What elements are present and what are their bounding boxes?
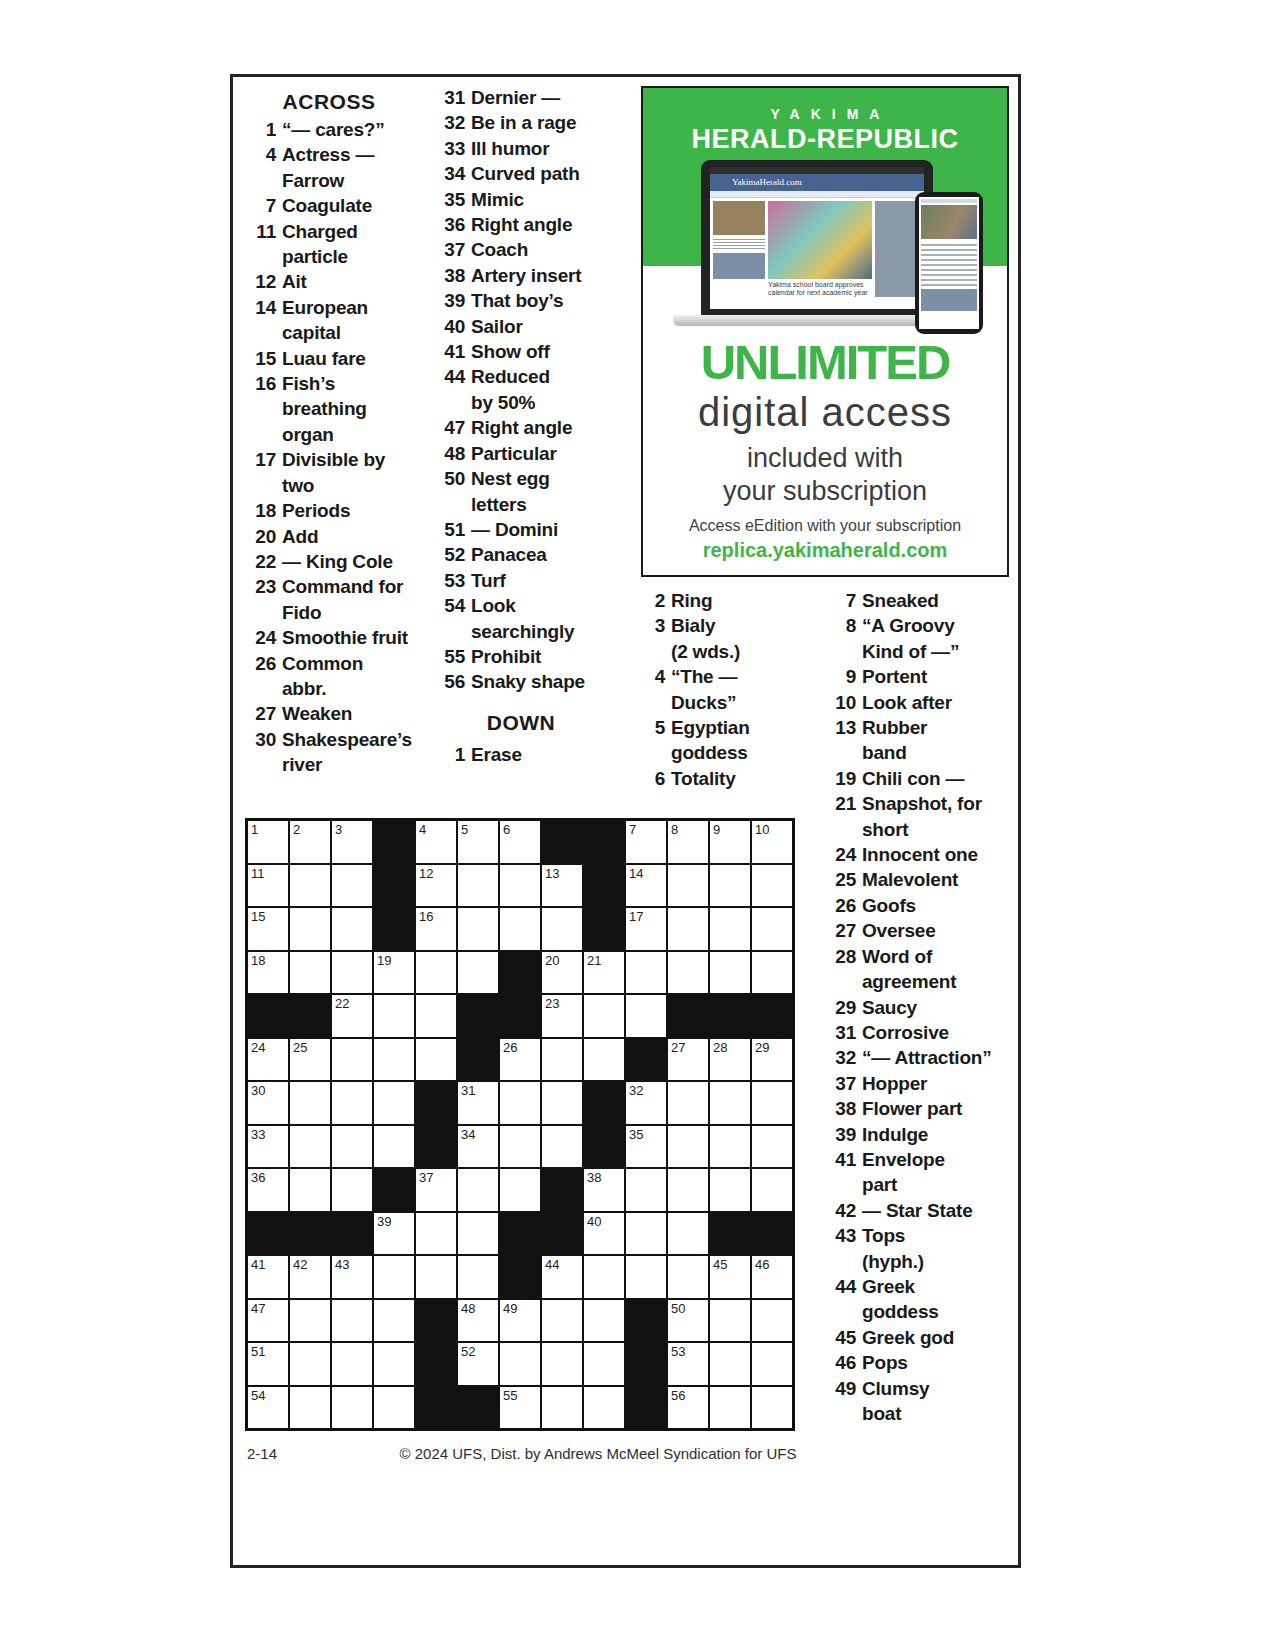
cell-number: 19 [374,952,414,967]
grid-cell[interactable] [374,1256,414,1298]
grid-cell[interactable]: 43 [332,1256,372,1298]
clue-text: Oversee [862,918,936,943]
clue-number: 6 [641,766,665,791]
clue-item: 39That boy’s [431,288,617,313]
grid-cell[interactable]: 15 [248,908,288,950]
clue-text: Look searchingly [471,593,574,644]
grid-cell-black [500,1256,540,1298]
cell-number: 5 [458,821,498,836]
grid-cell[interactable]: 28 [710,1039,750,1081]
cell-number: 37 [416,1169,456,1184]
clue-item: 39Indulge [828,1122,1014,1147]
clue-number: 38 [431,263,465,288]
grid-cell[interactable] [374,995,414,1037]
clue-number: 7 [828,588,856,613]
cell-number: 44 [542,1256,582,1271]
grid-cell[interactable]: 4 [416,821,456,863]
grid-cell[interactable] [290,1300,330,1342]
grid-cell[interactable]: 17 [626,908,666,950]
grid-cell[interactable] [710,952,750,994]
grid-cell[interactable] [668,1256,708,1298]
grid-cell[interactable] [332,908,372,950]
grid-cell[interactable]: 55 [500,1387,540,1429]
grid-cell[interactable] [584,1039,624,1081]
clue-item: 13Rubber band [828,715,1014,766]
grid-cell[interactable]: 22 [332,995,372,1037]
grid-cell-black [752,995,792,1037]
down-clue-column-1: 2Ring3Bialy (2 wds.)4“The — Ducks”5Egypt… [641,588,796,791]
grid-cell-black [458,1039,498,1081]
cell-number: 7 [626,821,666,836]
grid-cell[interactable]: 42 [290,1256,330,1298]
grid-cell[interactable]: 45 [710,1256,750,1298]
clue-number: 45 [828,1325,856,1350]
grid-cell[interactable]: 20 [542,952,582,994]
grid-cell[interactable] [416,1039,456,1081]
grid-cell-black [542,1213,582,1255]
grid-cell[interactable] [332,865,372,907]
clue-number: 9 [828,664,856,689]
grid-cell-black [416,1300,456,1342]
grid-cell[interactable]: 44 [542,1256,582,1298]
grid-cell[interactable] [710,1300,750,1342]
clue-number: 32 [828,1045,856,1070]
cell-number: 4 [416,821,456,836]
grid-cell[interactable] [584,1343,624,1385]
grid-cell[interactable] [374,1039,414,1081]
grid-cell[interactable]: 25 [290,1039,330,1081]
grid-cell[interactable] [542,908,582,950]
grid-cell[interactable]: 21 [584,952,624,994]
grid-cell[interactable] [752,865,792,907]
cell-number: 6 [500,821,540,836]
clue-item: 24Smoothie fruit [246,625,430,650]
clue-text: Nest egg letters [471,466,550,517]
clue-text: Turf [471,568,506,593]
clue-text: Ring [671,588,712,613]
grid-cell[interactable]: 32 [626,1082,666,1124]
clue-item: 45Greek god [828,1325,1014,1350]
clue-item: 44Greek goddess [828,1274,1014,1325]
clue-item: 12Ait [246,269,430,294]
clue-number: 1 [431,742,465,767]
clue-item: 38Artery insert [431,263,617,288]
grid-cell[interactable] [458,908,498,950]
grid-cell[interactable] [500,1343,540,1385]
cell-number: 11 [248,865,288,880]
clue-number: 48 [431,441,465,466]
cell-number: 22 [332,995,372,1010]
clue-text: Be in a rage [471,110,576,135]
grid-cell[interactable] [374,1343,414,1385]
cell-number: 41 [248,1256,288,1271]
grid-cell[interactable] [710,908,750,950]
grid-cell[interactable]: 47 [248,1300,288,1342]
grid-cell[interactable]: 5 [458,821,498,863]
grid-cell-black [500,1213,540,1255]
grid-cell[interactable]: 39 [374,1213,414,1255]
grid-cell-black [458,1387,498,1429]
grid-cell[interactable]: 19 [374,952,414,994]
grid-cell[interactable]: 7 [626,821,666,863]
grid-cell[interactable]: 48 [458,1300,498,1342]
grid-cell[interactable] [332,952,372,994]
grid-cell[interactable] [626,1169,666,1211]
grid-cell[interactable] [710,1082,750,1124]
clue-text: Coach [471,237,528,262]
clue-item: 47Right angle [431,415,617,440]
grid-cell[interactable]: 37 [416,1169,456,1211]
cell-number: 54 [248,1387,288,1402]
clue-number: 11 [246,219,276,244]
clue-item: 43Tops (hyph.) [828,1223,1014,1274]
grid-cell[interactable] [542,1082,582,1124]
ad-subhead: digital access [643,390,1007,434]
clue-number: 16 [246,371,276,396]
grid-cell[interactable] [374,1082,414,1124]
grid-cell[interactable] [668,865,708,907]
grid-cell[interactable]: 38 [584,1169,624,1211]
clue-item: 50Nest egg letters [431,466,617,517]
grid-cell[interactable] [668,1213,708,1255]
clue-item: 31Dernier — [431,85,617,110]
clue-number: 23 [246,574,276,599]
clue-text: Shakespeare’s river [282,727,412,778]
grid-cell[interactable] [752,952,792,994]
ad-access-line: Access eEdition with your subscription [643,517,1007,535]
cell-number: 36 [248,1169,288,1184]
clue-number: 18 [246,498,276,523]
clue-number: 1 [246,117,276,142]
cell-number: 12 [416,865,456,880]
grid-cell-black [416,1126,456,1168]
grid-cell[interactable] [710,1169,750,1211]
grid-cell[interactable] [500,908,540,950]
grid-cell[interactable]: 33 [248,1126,288,1168]
grid-cell[interactable] [458,1213,498,1255]
date-code: 2-14 [247,1445,277,1462]
clue-item: 6Totality [641,766,796,791]
clue-text: Word of agreement [862,944,956,995]
grid-cell[interactable] [332,1039,372,1081]
grid-cell[interactable] [332,1387,372,1429]
clue-item: 41Show off [431,339,617,364]
grid-cell-black [626,1387,666,1429]
grid-cell[interactable]: 26 [500,1039,540,1081]
clue-item: 19Chili con — [828,766,1014,791]
grid-cell[interactable]: 3 [332,821,372,863]
grid-cell[interactable] [458,1169,498,1211]
grid-cell[interactable]: 11 [248,865,288,907]
clue-number: 2 [641,588,665,613]
clue-text: That boy’s [471,288,563,313]
grid-cell[interactable] [290,1082,330,1124]
grid-cell[interactable] [584,995,624,1037]
grid-cell[interactable] [332,1343,372,1385]
ad-brand-main: HERALD-REPUBLIC [643,124,1007,155]
cell-number: 53 [668,1343,708,1358]
grid-cell[interactable] [332,1082,372,1124]
grid-cell[interactable] [500,1169,540,1211]
cell-number: 29 [752,1039,792,1054]
grid-cell[interactable]: 35 [626,1126,666,1168]
news-photo-main [768,201,872,279]
clue-number: 19 [828,766,856,791]
cell-number: 26 [500,1039,540,1054]
grid-cell[interactable] [752,1387,792,1429]
grid-cell[interactable] [374,1300,414,1342]
clue-text: Clumsy boat [862,1376,929,1427]
clue-number: 31 [828,1020,856,1045]
grid-cell[interactable] [500,865,540,907]
grid-cell[interactable]: 13 [542,865,582,907]
cell-number: 25 [290,1039,330,1054]
grid-cell[interactable] [710,1343,750,1385]
clue-number: 51 [431,517,465,542]
clue-item: 49Clumsy boat [828,1376,1014,1427]
clue-number: 34 [431,161,465,186]
grid-cell[interactable]: 27 [668,1039,708,1081]
clue-number: 32 [431,110,465,135]
grid-cell[interactable]: 30 [248,1082,288,1124]
cell-number: 10 [752,821,792,836]
clue-number: 36 [431,212,465,237]
grid-cell[interactable] [332,1300,372,1342]
clue-text: Prohibit [471,644,541,669]
across-clues-2: 31Dernier —32Be in a rage33Ill humor34Cu… [431,85,617,695]
grid-cell[interactable] [290,865,330,907]
clue-number: 31 [431,85,465,110]
clue-number: 56 [431,669,465,694]
grid-cell[interactable] [668,1082,708,1124]
down-clue-column-2: 7Sneaked8“A Groovy Kind of —”9Portent10L… [828,588,1014,1426]
grid-cell[interactable] [416,1213,456,1255]
clue-item: 17Divisible by two [246,447,430,498]
grid-cell[interactable]: 54 [248,1387,288,1429]
clue-item: 26Goofs [828,893,1014,918]
grid-cell[interactable] [500,1082,540,1124]
grid-cell[interactable] [626,1213,666,1255]
clue-number: 37 [828,1071,856,1096]
cell-number: 31 [458,1082,498,1097]
cell-number: 14 [626,865,666,880]
ad-brand-top: YAKIMA [643,106,1007,122]
phone-photo [921,205,977,239]
grid-cell[interactable] [626,995,666,1037]
grid-cell[interactable]: 23 [542,995,582,1037]
grid-cell[interactable]: 41 [248,1256,288,1298]
clue-text: Tops (hyph.) [862,1223,924,1274]
grid-cell[interactable] [458,1256,498,1298]
grid-cell-black [332,1213,372,1255]
grid-cell[interactable] [710,1126,750,1168]
grid-cell[interactable] [710,1387,750,1429]
grid-cell[interactable] [584,1300,624,1342]
grid-cell-black [668,995,708,1037]
news-photo-column-left [713,201,765,297]
clue-item: 31Corrosive [828,1020,1014,1045]
clue-item: 56Snaky shape [431,669,617,694]
grid-cell[interactable]: 1 [248,821,288,863]
grid-cell[interactable]: 14 [626,865,666,907]
cell-number: 9 [710,821,750,836]
laptop-news-photos: Yakima school board approves calendar fo… [710,198,924,300]
grid-cell[interactable] [626,1256,666,1298]
grid-cell[interactable]: 46 [752,1256,792,1298]
grid-cell[interactable] [752,1300,792,1342]
clue-item: 26Common abbr. [246,651,430,702]
phone-screen [919,197,979,329]
cell-number: 24 [248,1039,288,1054]
grid-cell[interactable] [752,1169,792,1211]
grid-cell[interactable]: 12 [416,865,456,907]
clue-number: 15 [246,346,276,371]
grid-cell-black [374,908,414,950]
grid-cell[interactable] [542,1126,582,1168]
grid-cell[interactable] [668,1169,708,1211]
clue-item: 2Ring [641,588,796,613]
cell-number: 51 [248,1343,288,1358]
phone-photo-2 [921,289,977,311]
grid-cell[interactable] [668,1126,708,1168]
clue-text: Portent [862,664,927,689]
grid-cell[interactable]: 6 [500,821,540,863]
laptop-mockup: YakimaHerald.com Yakima school board app… [701,160,933,316]
clue-text: Actress — Farrow [282,142,374,193]
grid-cell-black [500,952,540,994]
clue-item: 25Malevolent [828,867,1014,892]
clue-item: 51— Domini [431,517,617,542]
clue-text: Chili con — [862,766,964,791]
cell-number: 30 [248,1082,288,1097]
grid-cell-black [584,1082,624,1124]
grid-cell[interactable] [416,995,456,1037]
grid-cell[interactable] [752,1343,792,1385]
grid-cell[interactable]: 51 [248,1343,288,1385]
clue-number: 41 [828,1147,856,1172]
grid-cell[interactable] [542,1039,582,1081]
cell-number: 8 [668,821,708,836]
grid-cell[interactable] [290,1387,330,1429]
grid-cell[interactable] [584,1387,624,1429]
grid-cell[interactable]: 50 [668,1300,708,1342]
grid-cell[interactable]: 31 [458,1082,498,1124]
grid-cell[interactable] [542,1343,582,1385]
clue-text: — Domini [471,517,558,542]
cell-number: 20 [542,952,582,967]
clue-text: Rubber band [862,715,927,766]
clue-number: 24 [246,625,276,650]
grid-cell[interactable]: 18 [248,952,288,994]
grid-cell[interactable]: 36 [248,1169,288,1211]
grid-cell[interactable]: 52 [458,1343,498,1385]
grid-cell[interactable] [416,1256,456,1298]
clue-number: 13 [828,715,856,740]
grid-cell[interactable] [500,1126,540,1168]
grid-cell-black [416,1387,456,1429]
grid-cell[interactable] [752,1082,792,1124]
clue-number: 24 [828,842,856,867]
clue-column-2: 31Dernier —32Be in a rage33Ill humor34Cu… [431,85,617,767]
grid-cell[interactable] [416,952,456,994]
grid-cell[interactable] [290,952,330,994]
grid-cell[interactable] [584,1256,624,1298]
clue-number: 35 [431,187,465,212]
clue-number: 25 [828,867,856,892]
grid-cell[interactable] [542,1300,582,1342]
clue-text: Weaken [282,701,352,726]
clue-text: Indulge [862,1122,928,1147]
grid-cell[interactable] [668,908,708,950]
grid-cell[interactable]: 56 [668,1387,708,1429]
grid-cell[interactable] [542,1387,582,1429]
grid-cell[interactable] [458,865,498,907]
clue-number: 20 [246,524,276,549]
grid-cell[interactable]: 24 [248,1039,288,1081]
clue-text: Corrosive [862,1020,949,1045]
laptop-screen: YakimaHerald.com Yakima school board app… [710,167,924,309]
grid-cell[interactable] [374,1126,414,1168]
grid-cell-black [374,821,414,863]
grid-cell[interactable]: 29 [752,1039,792,1081]
grid-cell[interactable] [290,1343,330,1385]
grid-cell[interactable] [290,1126,330,1168]
grid-cell[interactable] [668,952,708,994]
clue-text: Luau fare [282,346,366,371]
clue-text: Saucy [862,995,917,1020]
grid-cell[interactable] [290,1169,330,1211]
clue-item: 53Turf [431,568,617,593]
grid-cell[interactable] [332,1169,372,1211]
clue-item: 28Word of agreement [828,944,1014,995]
grid-cell[interactable] [374,1387,414,1429]
grid-cell[interactable] [710,865,750,907]
clue-number: 26 [828,893,856,918]
grid-cell[interactable]: 8 [668,821,708,863]
clue-item: 52Panacea [431,542,617,567]
grid-cell[interactable]: 49 [500,1300,540,1342]
grid-cell[interactable] [332,1126,372,1168]
browser-chrome-bar [710,167,924,174]
clue-number: 27 [828,918,856,943]
grid-cell[interactable]: 16 [416,908,456,950]
clue-text: Sneaked [862,588,939,613]
grid-cell[interactable] [752,908,792,950]
clue-number: 4 [641,664,665,689]
grid-cell[interactable]: 10 [752,821,792,863]
clue-text: Malevolent [862,867,958,892]
laptop-site-masthead: YakimaHerald.com [710,174,924,191]
grid-cell[interactable] [626,952,666,994]
clue-text: Charged particle [282,219,358,270]
clue-item: 37Coach [431,237,617,262]
clue-item: 44Reduced by 50% [431,364,617,415]
grid-cell[interactable]: 9 [710,821,750,863]
grid-cell[interactable] [752,1126,792,1168]
grid-cell[interactable]: 40 [584,1213,624,1255]
clue-number: 37 [431,237,465,262]
clue-item: 46Pops [828,1350,1014,1375]
grid-cell[interactable]: 34 [458,1126,498,1168]
clue-item: 8“A Groovy Kind of —” [828,613,1014,664]
clue-number: 22 [246,549,276,574]
cell-number: 50 [668,1300,708,1315]
cell-number: 35 [626,1126,666,1141]
grid-cell[interactable]: 2 [290,821,330,863]
grid-cell[interactable] [458,952,498,994]
grid-cell[interactable] [290,908,330,950]
grid-cell[interactable]: 53 [668,1343,708,1385]
